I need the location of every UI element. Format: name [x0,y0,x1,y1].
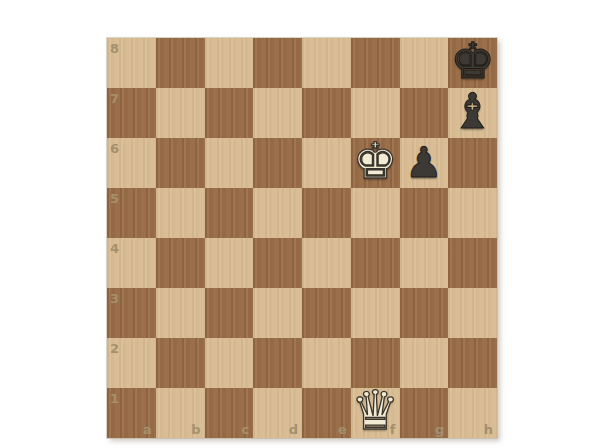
square-f3[interactable] [351,288,400,338]
page-background: 8♚7♝6♚♟54321abcdef♛gh [0,0,598,448]
square-d3[interactable] [253,288,302,338]
square-c5[interactable] [205,188,254,238]
square-h3[interactable] [448,288,497,338]
square-h4[interactable] [448,238,497,288]
square-a3[interactable]: 3 [107,288,156,338]
square-g3[interactable] [400,288,449,338]
piece-white-king[interactable]: ♚ [353,136,398,186]
file-label-g: g [435,423,444,436]
file-label-a: a [143,423,152,436]
square-h5[interactable] [448,188,497,238]
square-f7[interactable] [351,88,400,138]
square-c7[interactable] [205,88,254,138]
square-h7[interactable]: ♝ [448,88,497,138]
square-g6[interactable]: ♟ [400,138,449,188]
file-label-h: h [484,423,493,436]
square-e5[interactable] [302,188,351,238]
square-g7[interactable] [400,88,449,138]
square-g8[interactable] [400,38,449,88]
square-g5[interactable] [400,188,449,238]
square-b4[interactable] [156,238,205,288]
square-d7[interactable] [253,88,302,138]
square-e2[interactable] [302,338,351,388]
square-d1[interactable]: d [253,388,302,438]
square-c4[interactable] [205,238,254,288]
square-c1[interactable]: c [205,388,254,438]
rank-label-4: 4 [110,242,119,255]
square-a8[interactable]: 8 [107,38,156,88]
square-f4[interactable] [351,238,400,288]
square-g2[interactable] [400,338,449,388]
square-c3[interactable] [205,288,254,338]
square-f5[interactable] [351,188,400,238]
square-e8[interactable] [302,38,351,88]
square-h1[interactable]: h [448,388,497,438]
square-a7[interactable]: 7 [107,88,156,138]
square-f6[interactable]: ♚ [351,138,400,188]
square-a5[interactable]: 5 [107,188,156,238]
rank-label-7: 7 [110,92,119,105]
square-c6[interactable] [205,138,254,188]
rank-label-2: 2 [110,342,119,355]
square-e7[interactable] [302,88,351,138]
square-d2[interactable] [253,338,302,388]
piece-black-king[interactable]: ♚ [450,36,495,86]
file-label-c: c [242,423,250,436]
square-f1[interactable]: f♛ [351,388,400,438]
rank-label-3: 3 [110,292,119,305]
square-c2[interactable] [205,338,254,388]
square-b2[interactable] [156,338,205,388]
rank-label-6: 6 [110,142,119,155]
square-g4[interactable] [400,238,449,288]
square-a1[interactable]: 1a [107,388,156,438]
square-a4[interactable]: 4 [107,238,156,288]
piece-black-bishop[interactable]: ♝ [451,87,495,136]
piece-white-queen[interactable]: ♛ [351,384,399,438]
rank-label-5: 5 [110,192,119,205]
piece-black-pawn[interactable]: ♟ [405,142,443,184]
square-e4[interactable] [302,238,351,288]
rank-label-8: 8 [110,42,119,55]
square-c8[interactable] [205,38,254,88]
square-h6[interactable] [448,138,497,188]
file-label-b: b [191,423,200,436]
square-d6[interactable] [253,138,302,188]
square-a6[interactable]: 6 [107,138,156,188]
square-g1[interactable]: g [400,388,449,438]
square-b7[interactable] [156,88,205,138]
square-e3[interactable] [302,288,351,338]
square-b8[interactable] [156,38,205,88]
square-d4[interactable] [253,238,302,288]
rank-label-1: 1 [110,392,119,405]
square-h8[interactable]: ♚ [448,38,497,88]
square-b5[interactable] [156,188,205,238]
square-e6[interactable] [302,138,351,188]
square-b6[interactable] [156,138,205,188]
square-d5[interactable] [253,188,302,238]
square-h2[interactable] [448,338,497,388]
file-label-e: e [338,423,347,436]
square-d8[interactable] [253,38,302,88]
file-label-d: d [289,423,298,436]
square-b1[interactable]: b [156,388,205,438]
square-a2[interactable]: 2 [107,338,156,388]
chess-board: 8♚7♝6♚♟54321abcdef♛gh [107,38,497,438]
square-e1[interactable]: e [302,388,351,438]
square-f8[interactable] [351,38,400,88]
square-b3[interactable] [156,288,205,338]
